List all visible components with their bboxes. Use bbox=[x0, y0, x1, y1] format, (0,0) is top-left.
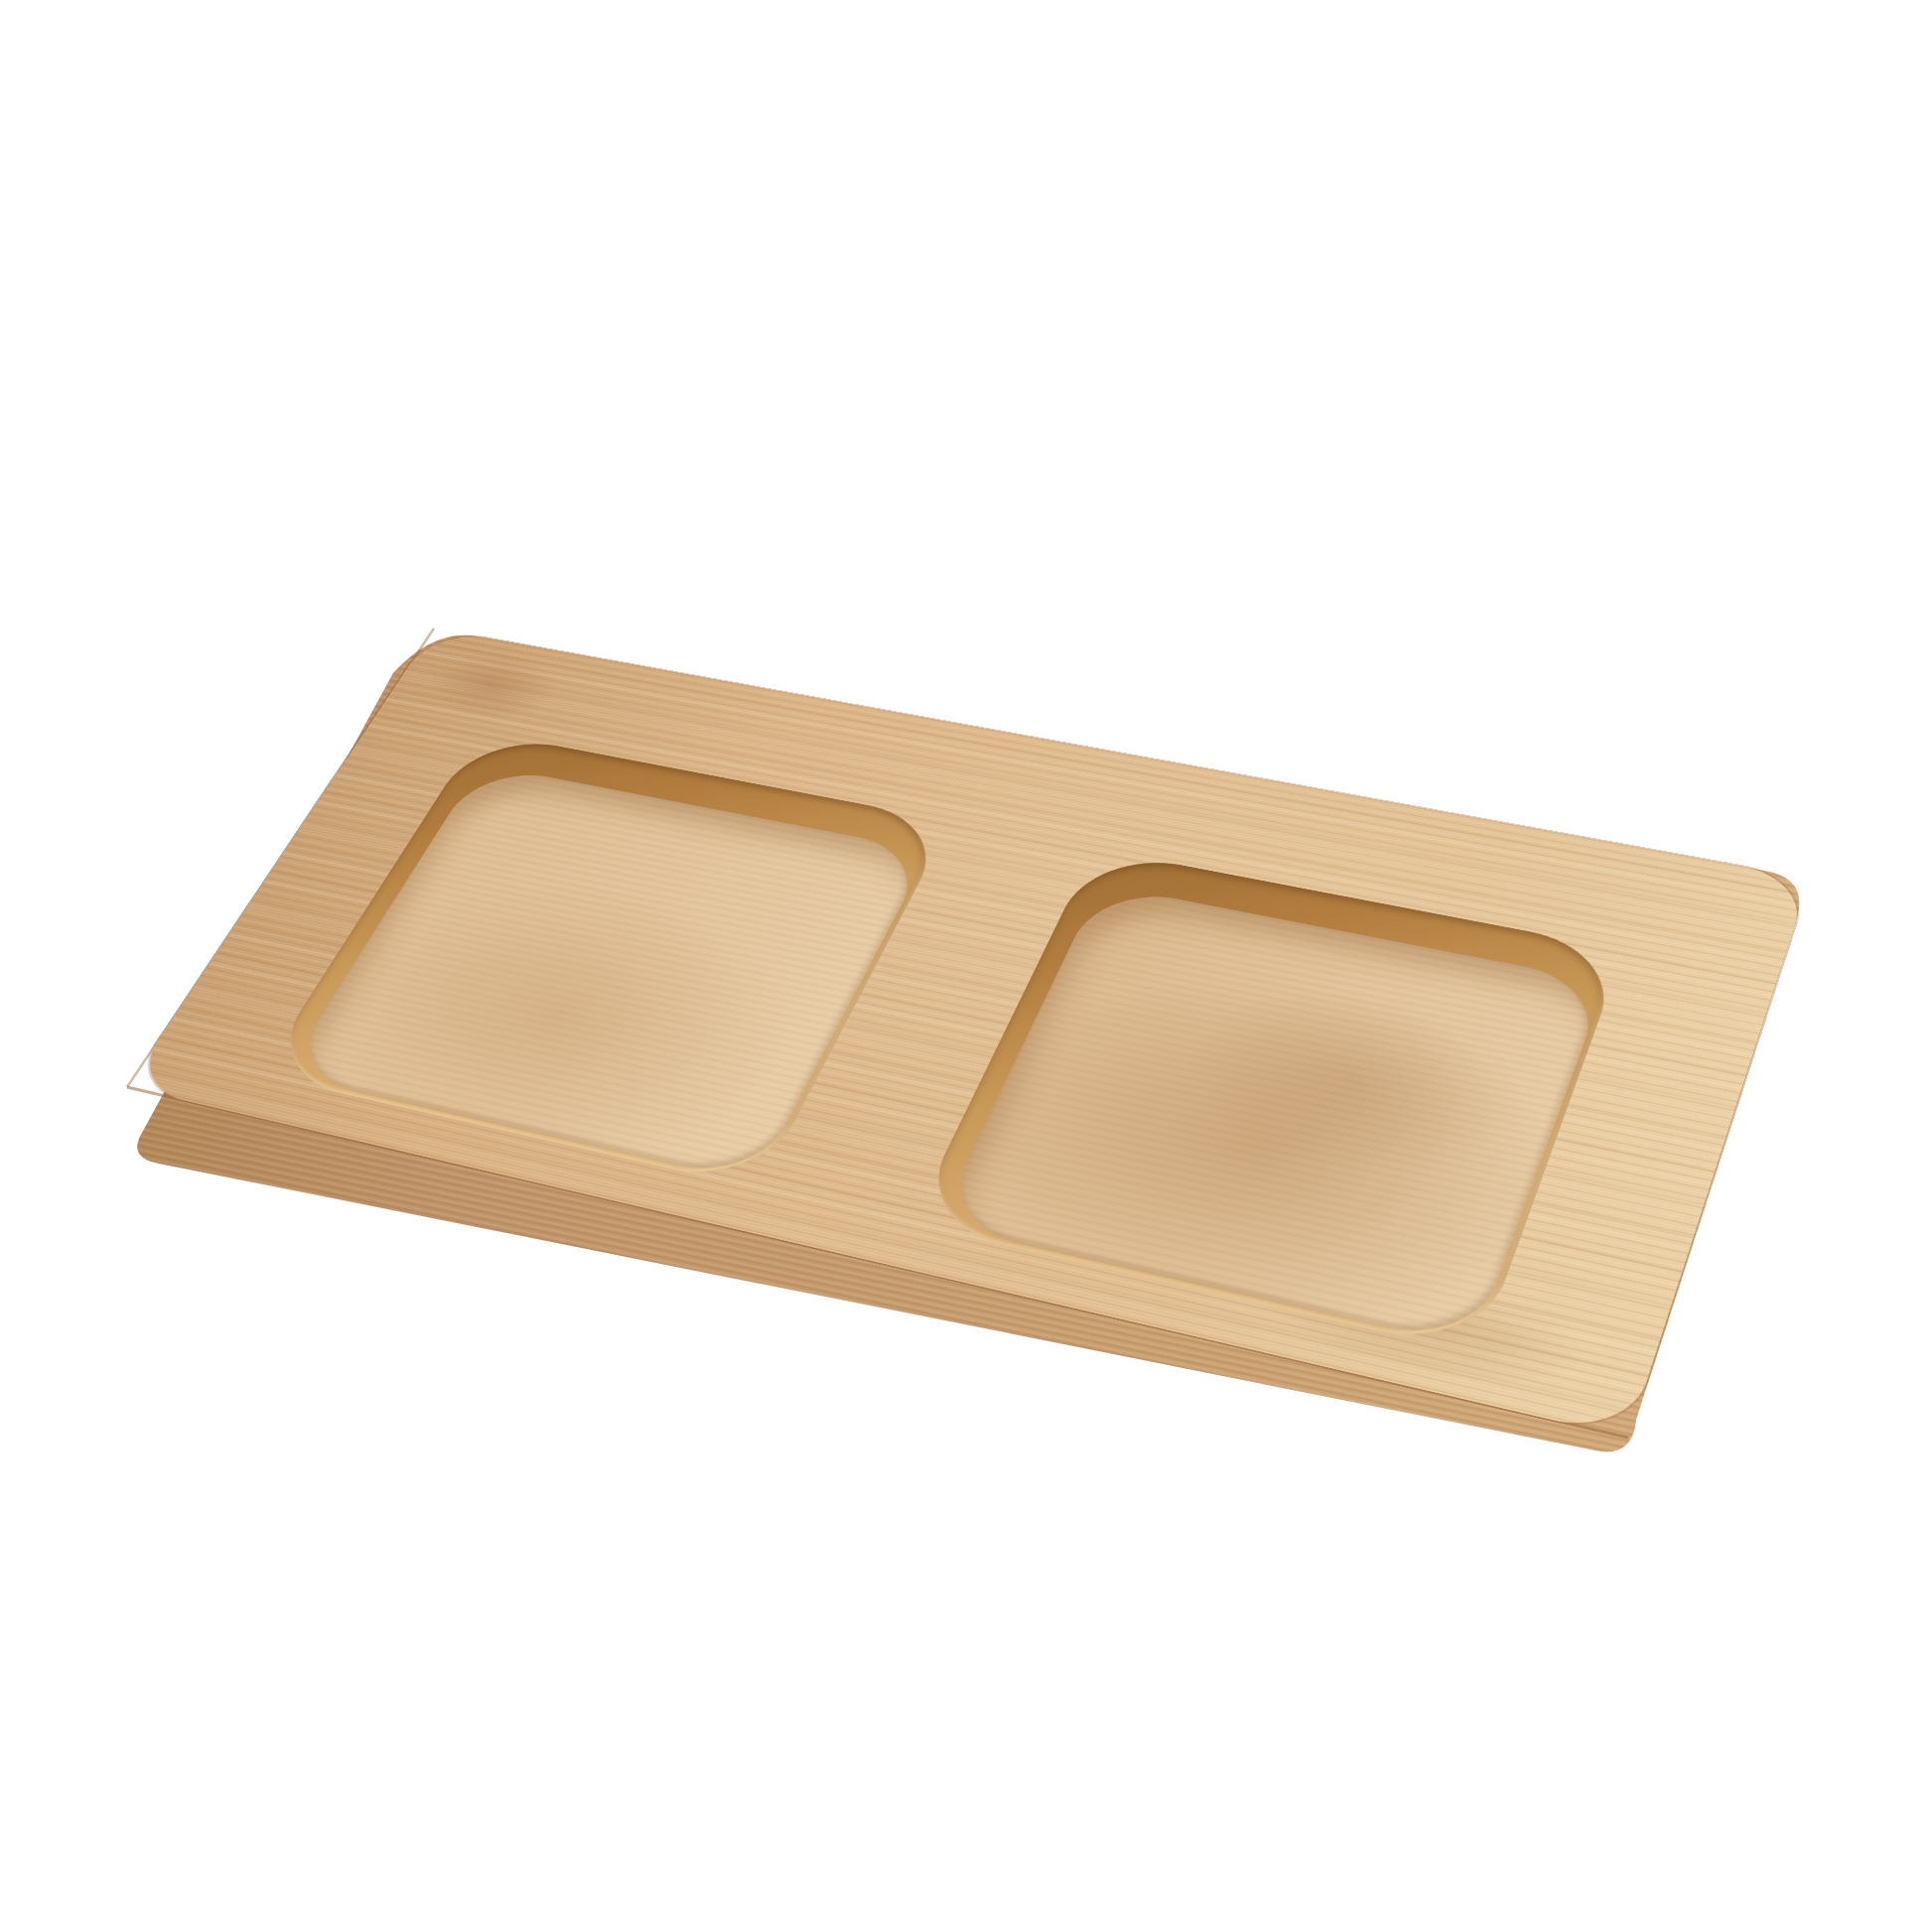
product-photo bbox=[0, 0, 1932, 1932]
recess-left-floor bbox=[283, 763, 930, 1183]
recess-right-floor bbox=[936, 885, 1606, 1348]
recess-right bbox=[910, 849, 1624, 1354]
recess-left bbox=[259, 732, 951, 1189]
